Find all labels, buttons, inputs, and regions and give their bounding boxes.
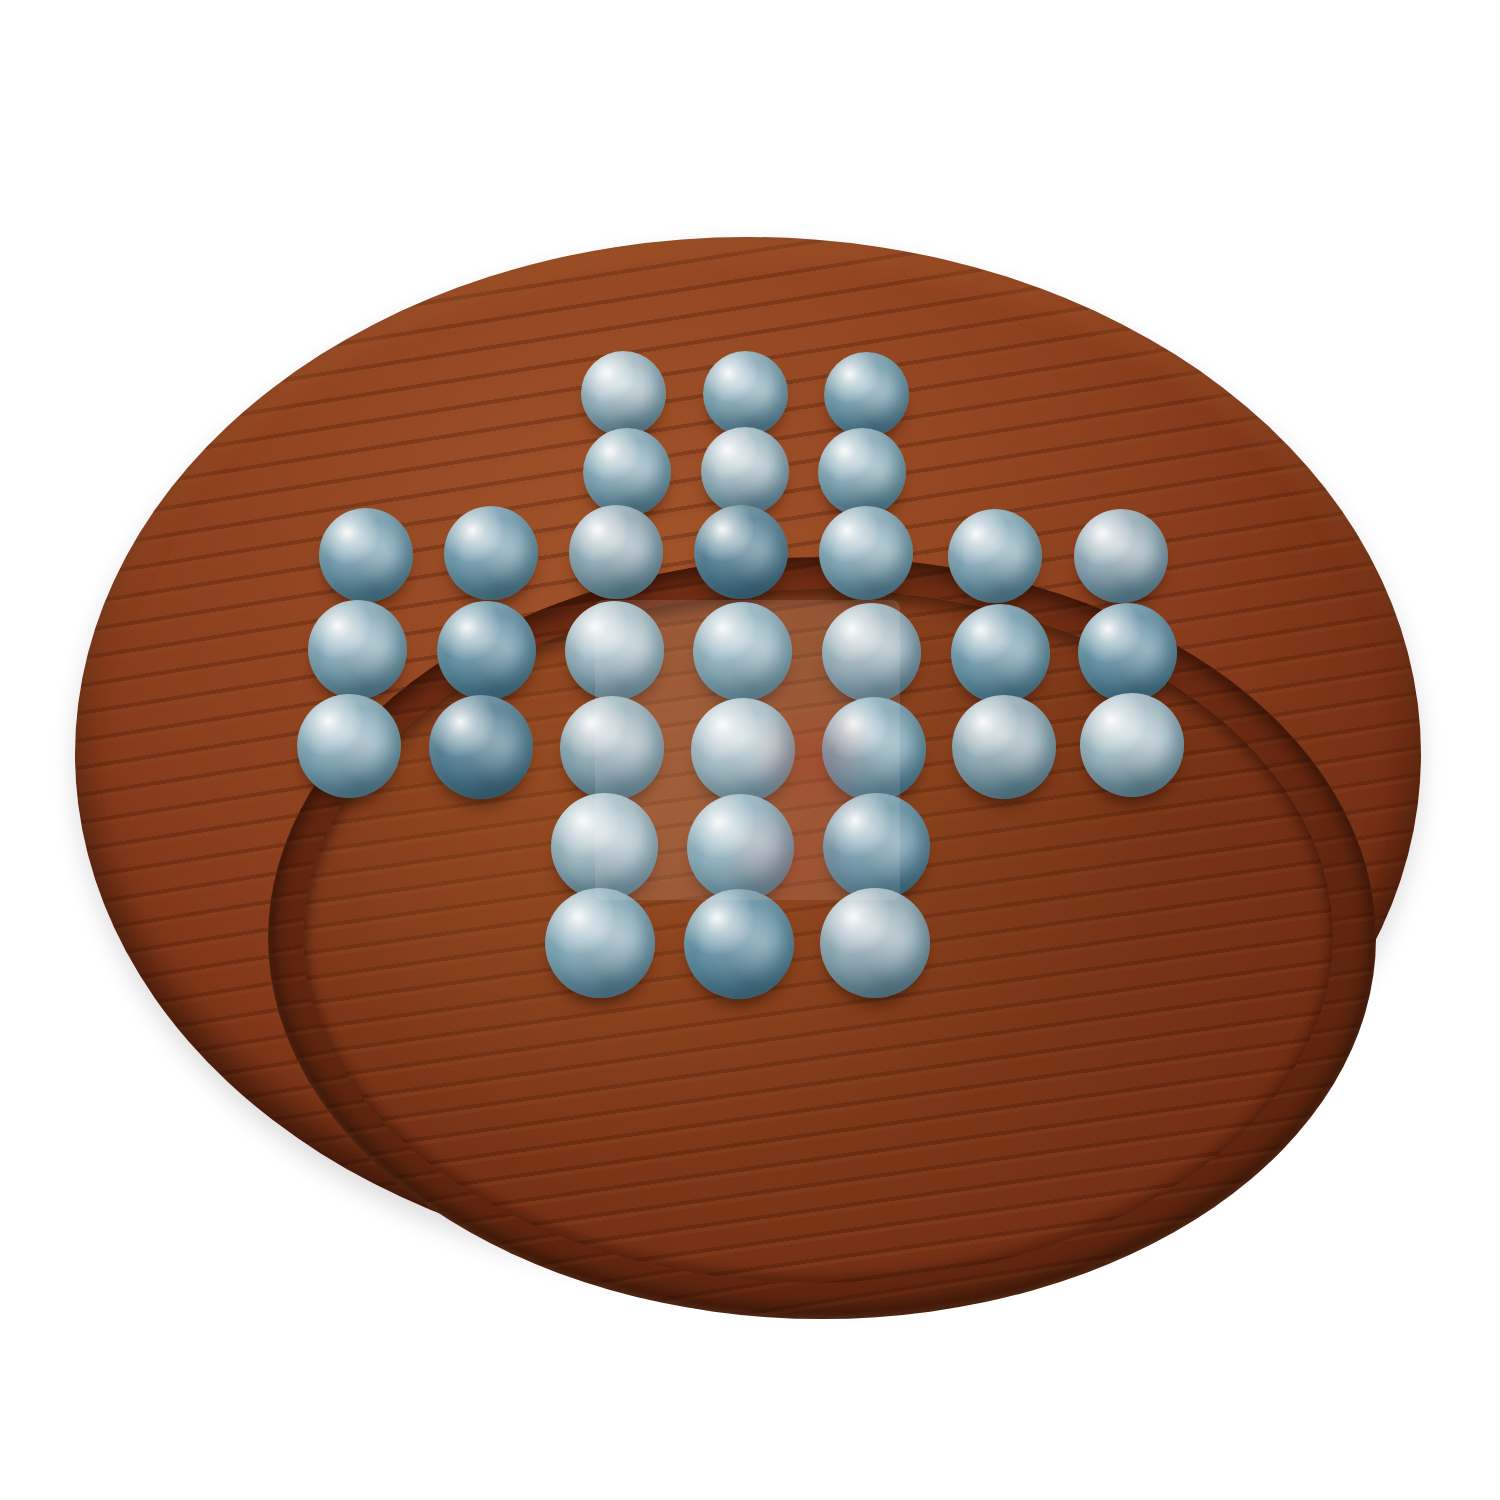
marble-r6c3[interactable] [551, 793, 658, 900]
marble-r1c5[interactable] [824, 352, 909, 437]
marble-r4c7[interactable] [1078, 603, 1177, 702]
marble-r3c4[interactable] [694, 505, 788, 599]
marble-layer [0, 0, 1500, 1500]
marble-r5c3[interactable] [560, 696, 664, 800]
marble-r5c7[interactable] [1080, 693, 1184, 797]
marble-r3c7[interactable] [1074, 509, 1168, 603]
marble-r3c2[interactable] [444, 506, 538, 600]
marble-r2c5[interactable] [818, 428, 906, 516]
marble-r3c3[interactable] [569, 505, 663, 599]
marble-r5c1[interactable] [297, 694, 401, 798]
marble-r7c5[interactable] [820, 888, 930, 998]
marble-r7c4[interactable] [684, 889, 794, 999]
marble-r3c5[interactable] [819, 506, 913, 600]
marble-r4c5[interactable] [822, 603, 921, 702]
marble-r2c4[interactable] [701, 427, 789, 515]
marble-r4c6[interactable] [951, 604, 1050, 703]
marble-r4c2[interactable] [437, 601, 536, 700]
marble-r4c1[interactable] [308, 600, 407, 699]
product-photo [0, 0, 1500, 1500]
marble-r4c3[interactable] [565, 601, 664, 700]
marble-r1c4[interactable] [703, 351, 788, 436]
marble-r4c4[interactable] [693, 602, 792, 701]
marble-r1c3[interactable] [581, 351, 666, 436]
marble-r5c2[interactable] [429, 695, 533, 799]
marble-r7c3[interactable] [545, 888, 655, 998]
marble-r2c3[interactable] [583, 428, 671, 516]
marble-r3c6[interactable] [948, 509, 1042, 603]
marble-r5c6[interactable] [952, 695, 1056, 799]
marble-r5c5[interactable] [822, 697, 926, 801]
marble-r5c4[interactable] [691, 698, 795, 802]
marble-r3c1[interactable] [319, 508, 413, 602]
marble-r6c5[interactable] [823, 793, 930, 900]
marble-r6c4[interactable] [687, 794, 794, 901]
